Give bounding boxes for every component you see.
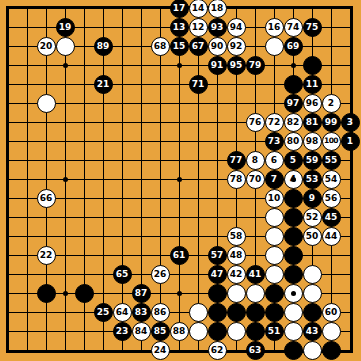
- stone-white-52-r12c17: 52: [303, 208, 322, 227]
- stone-white-76-r7c14: 76: [246, 113, 265, 132]
- stone-black-71-r5c11: 71: [189, 75, 208, 94]
- stone-black-7-r10c15: 7: [265, 170, 284, 189]
- stone-white-r17c11: [189, 303, 208, 322]
- stone-white-74-r2c16: 74: [284, 18, 303, 37]
- stone-black-53-r10c17: 53: [303, 170, 322, 189]
- stone-black-23-r18c7: 23: [113, 322, 132, 341]
- stone-black-19-r2c4: 19: [56, 18, 75, 37]
- stone-white-50-r13c17: 50: [303, 227, 322, 246]
- stone-white-r3c4: [56, 37, 75, 56]
- stone-white-58-r13c13: 58: [227, 227, 246, 246]
- stone-black-59-r9c17: 59: [303, 151, 322, 170]
- stone-black-43-r18c17: 43: [303, 322, 322, 341]
- stone-black-17-r1c10: 17: [170, 0, 189, 18]
- stone-black-45-r12c18: 45: [322, 208, 341, 227]
- stone-black-r12c16: [284, 208, 303, 227]
- stone-black-55-r9c18: 55: [322, 151, 341, 170]
- stone-black-r11c16: [284, 189, 303, 208]
- stone-white-68-r3c9: 68: [151, 37, 170, 56]
- stone-white-48-r14c13: 48: [227, 246, 246, 265]
- stone-black-79-r4c14: 79: [246, 56, 265, 75]
- stone-black-r18c14: [246, 322, 265, 341]
- stone-black-r5c16: [284, 75, 303, 94]
- stone-white-r16c17: [303, 284, 322, 303]
- go-board[interactable]: 1714181913129394167475208968156790926991…: [0, 0, 361, 361]
- stone-white-72-r7c15: 72: [265, 113, 284, 132]
- stone-black-r17c14: [246, 303, 265, 322]
- stone-white-r19c17: [303, 341, 322, 360]
- stone-white-96-r6c17: 96: [303, 94, 322, 113]
- stone-black-r17c15: [265, 303, 284, 322]
- stone-black-75-r2c17: 75: [303, 18, 322, 37]
- stone-white-42-r15c13: 42: [227, 265, 246, 284]
- stone-white-6-r9c15: 6: [265, 151, 284, 170]
- stone-white-2-r6c18: 2: [322, 94, 341, 113]
- stone-white-44-r13c18: 44: [322, 227, 341, 246]
- stone-white-r16c13: [227, 284, 246, 303]
- stone-white-90-r3c12: 90: [208, 37, 227, 56]
- stone-white-54-r10c18: 54: [322, 170, 341, 189]
- stone-white-r15c17: [303, 265, 322, 284]
- stone-black-83-r17c8: 83: [132, 303, 151, 322]
- stone-white-r18c13: [227, 322, 246, 341]
- stone-black-r16c5: [75, 284, 94, 303]
- stone-white-26-r15c9: 26: [151, 265, 170, 284]
- stone-black-r15c16: [284, 265, 303, 284]
- stone-black-13-r2c10: 13: [170, 18, 189, 37]
- stone-black-41-r15c14: 41: [246, 265, 265, 284]
- stone-black-1-r8c19: 1: [341, 132, 360, 151]
- stone-white-100-r8c18: 100: [322, 132, 341, 151]
- stone-black-r17c12: [208, 303, 227, 322]
- stone-white-r18c18: [322, 322, 341, 341]
- stone-white-4-r10c16: 4: [284, 170, 303, 189]
- stone-black-93-r2c12: 93: [208, 18, 227, 37]
- stone-black-89-r3c6: 89: [94, 37, 113, 56]
- stone-white-r15c15: [265, 265, 284, 284]
- stone-black-97-r6c16: 97: [284, 94, 303, 113]
- stone-black-73-r8c15: 73: [265, 132, 284, 151]
- stone-black-69-r3c16: 69: [284, 37, 303, 56]
- stone-white-12-r2c11: 12: [189, 18, 208, 37]
- stone-black-15-r3c10: 15: [170, 37, 189, 56]
- stone-black-r18c12: [208, 322, 227, 341]
- stone-black-5-r9c16: 5: [284, 151, 303, 170]
- stone-white-98-r8c17: 98: [303, 132, 322, 151]
- stone-white-78-r10c13: 78: [227, 170, 246, 189]
- stone-black-3-r7c19: 3: [341, 113, 360, 132]
- stone-white-20-r3c3: 20: [37, 37, 56, 56]
- stone-black-47-r15c12: 47: [208, 265, 227, 284]
- stone-white-r3c15: [265, 37, 284, 56]
- stone-white-94-r2c13: 94: [227, 18, 246, 37]
- stone-white-70-r10c14: 70: [246, 170, 265, 189]
- stone-black-77-r9c13: 77: [227, 151, 246, 170]
- stone-black-61-r14c10: 61: [170, 246, 189, 265]
- stone-white-24-r19c9: 24: [151, 341, 170, 360]
- stone-black-r17c17: [303, 303, 322, 322]
- stone-black-21-r5c6: 21: [94, 75, 113, 94]
- stone-white-22-r14c3: 22: [37, 246, 56, 265]
- stone-black-r19c18: [322, 341, 341, 360]
- stone-black-r16c3: [37, 284, 56, 303]
- stone-white-r12c15: [265, 208, 284, 227]
- stone-black-95-r4c13: 95: [227, 56, 246, 75]
- stone-white-18-r1c12: 18: [208, 0, 227, 18]
- stone-white-88-r18c10: 88: [170, 322, 189, 341]
- stone-black-r19c16: [284, 341, 303, 360]
- stone-black-r16c15: [265, 284, 284, 303]
- stone-black-63-r19c14: 63: [246, 341, 265, 360]
- stone-black-85-r18c9: 85: [151, 322, 170, 341]
- stone-black-67-r3c11: 67: [189, 37, 208, 56]
- stone-black-r17c13: [227, 303, 246, 322]
- stone-white-86-r17c9: 86: [151, 303, 170, 322]
- stone-black-9-r11c17: 9: [303, 189, 322, 208]
- stone-white-r16c14: [246, 284, 265, 303]
- stone-white-r16c16: [284, 284, 303, 303]
- stone-black-r13c16: [284, 227, 303, 246]
- stone-white-16-r2c15: 16: [265, 18, 284, 37]
- stone-white-r14c15: [265, 246, 284, 265]
- stone-black-r14c16: [284, 246, 303, 265]
- stone-white-84-r18c8: 84: [132, 322, 151, 341]
- stone-black-91-r4c12: 91: [208, 56, 227, 75]
- stone-white-r18c16: [284, 322, 303, 341]
- stone-black-57-r14c12: 57: [208, 246, 227, 265]
- stone-grid: 1714181913129394167475208968156790926991…: [0, 0, 360, 360]
- stone-black-51-r18c15: 51: [265, 322, 284, 341]
- stone-white-66-r11c3: 66: [37, 189, 56, 208]
- stone-black-11-r5c17: 11: [303, 75, 322, 94]
- stone-white-64-r17c7: 64: [113, 303, 132, 322]
- stone-black-81-r7c17: 81: [303, 113, 322, 132]
- stone-black-r16c12: [208, 284, 227, 303]
- stone-white-14-r1c11: 14: [189, 0, 208, 18]
- stone-black-87-r16c8: 87: [132, 284, 151, 303]
- stone-black-65-r15c7: 65: [113, 265, 132, 284]
- stone-black-25-r17c6: 25: [94, 303, 113, 322]
- stone-black-99-r7c18: 99: [322, 113, 341, 132]
- stone-white-r17c16: [284, 303, 303, 322]
- stone-white-r13c15: [265, 227, 284, 246]
- stone-white-62-r19c12: 62: [208, 341, 227, 360]
- stone-white-80-r8c16: 80: [284, 132, 303, 151]
- stone-black-r4c17: [303, 56, 322, 75]
- stone-white-82-r7c16: 82: [284, 113, 303, 132]
- stone-white-8-r9c14: 8: [246, 151, 265, 170]
- stone-white-10-r11c15: 10: [265, 189, 284, 208]
- stone-white-r18c11: [189, 322, 208, 341]
- stone-white-60-r17c18: 60: [322, 303, 341, 322]
- stone-white-92-r3c13: 92: [227, 37, 246, 56]
- stone-white-56-r11c18: 56: [322, 189, 341, 208]
- stone-white-r6c3: [37, 94, 56, 113]
